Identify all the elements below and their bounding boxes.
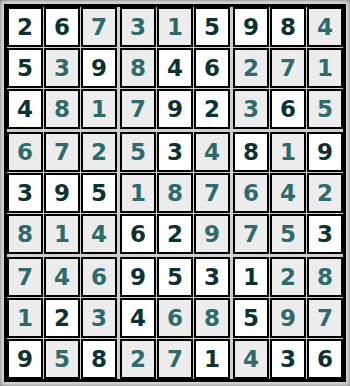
cell-r4c2[interactable]: 7 <box>44 132 80 172</box>
cell-r6c5[interactable]: 2 <box>157 214 193 254</box>
cell-r2c5[interactable]: 4 <box>157 48 193 88</box>
cell-r7c3[interactable]: 6 <box>81 257 117 297</box>
cell-r3c5[interactable]: 9 <box>157 89 193 129</box>
cell-r8c7[interactable]: 5 <box>233 298 269 338</box>
sudoku-screen: 2675394813158467929842713656723958145341… <box>0 0 350 386</box>
cell-r3c7[interactable]: 3 <box>233 89 269 129</box>
cell-r9c3[interactable]: 8 <box>81 339 117 379</box>
cell-r3c4[interactable]: 7 <box>120 89 156 129</box>
cell-r4c4[interactable]: 5 <box>120 132 156 172</box>
cell-r7c9[interactable]: 8 <box>307 257 343 297</box>
cell-r8c9[interactable]: 7 <box>307 298 343 338</box>
cell-r5c4[interactable]: 1 <box>120 173 156 213</box>
sudoku-box-7: 746123958 <box>7 257 117 379</box>
cell-r7c8[interactable]: 2 <box>270 257 306 297</box>
cell-r4c5[interactable]: 3 <box>157 132 193 172</box>
sudoku-box-4: 672395814 <box>7 132 117 254</box>
cell-r8c3[interactable]: 3 <box>81 298 117 338</box>
sudoku-box-5: 534187629 <box>120 132 230 254</box>
cell-r4c3[interactable]: 2 <box>81 132 117 172</box>
cell-r3c2[interactable]: 8 <box>44 89 80 129</box>
cell-r8c2[interactable]: 2 <box>44 298 80 338</box>
cell-r8c6[interactable]: 8 <box>194 298 230 338</box>
cell-r7c2[interactable]: 4 <box>44 257 80 297</box>
cell-r7c4[interactable]: 9 <box>120 257 156 297</box>
cell-r9c9[interactable]: 6 <box>307 339 343 379</box>
cell-r9c5[interactable]: 7 <box>157 339 193 379</box>
cell-r5c7[interactable]: 6 <box>233 173 269 213</box>
cell-r6c4[interactable]: 6 <box>120 214 156 254</box>
cell-r1c4[interactable]: 3 <box>120 7 156 47</box>
cell-r5c5[interactable]: 8 <box>157 173 193 213</box>
cell-r5c8[interactable]: 4 <box>270 173 306 213</box>
cell-r8c1[interactable]: 1 <box>7 298 43 338</box>
cell-r4c7[interactable]: 8 <box>233 132 269 172</box>
cell-r1c6[interactable]: 5 <box>194 7 230 47</box>
sudoku-box-1: 267539481 <box>7 7 117 129</box>
cell-r2c1[interactable]: 5 <box>7 48 43 88</box>
cell-r3c8[interactable]: 6 <box>270 89 306 129</box>
cell-r9c2[interactable]: 5 <box>44 339 80 379</box>
cell-r6c1[interactable]: 8 <box>7 214 43 254</box>
cell-r4c6[interactable]: 4 <box>194 132 230 172</box>
cell-r1c2[interactable]: 6 <box>44 7 80 47</box>
cell-r1c8[interactable]: 8 <box>270 7 306 47</box>
cell-r9c8[interactable]: 3 <box>270 339 306 379</box>
cell-r9c6[interactable]: 1 <box>194 339 230 379</box>
cell-r2c9[interactable]: 1 <box>307 48 343 88</box>
cell-r6c9[interactable]: 3 <box>307 214 343 254</box>
cell-r1c5[interactable]: 1 <box>157 7 193 47</box>
cell-r6c7[interactable]: 7 <box>233 214 269 254</box>
cell-r2c3[interactable]: 9 <box>81 48 117 88</box>
cell-r2c8[interactable]: 7 <box>270 48 306 88</box>
cell-r3c6[interactable]: 2 <box>194 89 230 129</box>
cell-r3c3[interactable]: 1 <box>81 89 117 129</box>
sudoku-board: 2675394813158467929842713656723958145341… <box>4 4 346 382</box>
cell-r7c5[interactable]: 5 <box>157 257 193 297</box>
cell-r5c6[interactable]: 7 <box>194 173 230 213</box>
cell-r5c1[interactable]: 3 <box>7 173 43 213</box>
cell-r2c6[interactable]: 6 <box>194 48 230 88</box>
cell-r4c9[interactable]: 9 <box>307 132 343 172</box>
cell-r2c7[interactable]: 2 <box>233 48 269 88</box>
cell-r6c6[interactable]: 9 <box>194 214 230 254</box>
sudoku-box-2: 315846792 <box>120 7 230 129</box>
cell-r9c4[interactable]: 2 <box>120 339 156 379</box>
cell-r2c2[interactable]: 3 <box>44 48 80 88</box>
cell-r5c2[interactable]: 9 <box>44 173 80 213</box>
sudoku-box-3: 984271365 <box>233 7 343 129</box>
cell-r9c7[interactable]: 4 <box>233 339 269 379</box>
cell-r3c9[interactable]: 5 <box>307 89 343 129</box>
cell-r4c8[interactable]: 1 <box>270 132 306 172</box>
sudoku-box-9: 128597436 <box>233 257 343 379</box>
cell-r1c1[interactable]: 2 <box>7 7 43 47</box>
cell-r4c1[interactable]: 6 <box>7 132 43 172</box>
cell-r1c7[interactable]: 9 <box>233 7 269 47</box>
cell-r7c6[interactable]: 3 <box>194 257 230 297</box>
cell-r6c3[interactable]: 4 <box>81 214 117 254</box>
cell-r5c3[interactable]: 5 <box>81 173 117 213</box>
cell-r7c7[interactable]: 1 <box>233 257 269 297</box>
cell-r8c4[interactable]: 4 <box>120 298 156 338</box>
cell-r6c8[interactable]: 5 <box>270 214 306 254</box>
cell-r7c1[interactable]: 7 <box>7 257 43 297</box>
sudoku-box-6: 819642753 <box>233 132 343 254</box>
cell-r9c1[interactable]: 9 <box>7 339 43 379</box>
cell-r3c1[interactable]: 4 <box>7 89 43 129</box>
cell-r1c3[interactable]: 7 <box>81 7 117 47</box>
cell-r8c5[interactable]: 6 <box>157 298 193 338</box>
cell-r5c9[interactable]: 2 <box>307 173 343 213</box>
cell-r1c9[interactable]: 4 <box>307 7 343 47</box>
sudoku-box-8: 953468271 <box>120 257 230 379</box>
cell-r6c2[interactable]: 1 <box>44 214 80 254</box>
cell-r2c4[interactable]: 8 <box>120 48 156 88</box>
cell-r8c8[interactable]: 9 <box>270 298 306 338</box>
